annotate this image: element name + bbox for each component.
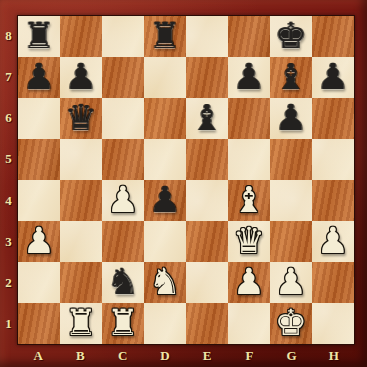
- square-g4[interactable]: [270, 180, 312, 221]
- white-bishop-piece[interactable]: ♝: [233, 182, 265, 218]
- white-king-piece[interactable]: ♚: [275, 305, 307, 341]
- square-g7[interactable]: ♝: [270, 57, 312, 98]
- square-c6[interactable]: [102, 98, 144, 139]
- square-f7[interactable]: ♟: [228, 57, 270, 98]
- square-d3[interactable]: [144, 221, 186, 262]
- square-f3[interactable]: ♛: [228, 221, 270, 262]
- square-h6[interactable]: [312, 98, 354, 139]
- file-label-b: B: [59, 345, 101, 367]
- square-a1[interactable]: [18, 303, 60, 344]
- file-label-g: G: [271, 345, 313, 367]
- rank-label-6: 6: [0, 98, 17, 139]
- white-pawn-piece[interactable]: ♟: [233, 264, 265, 300]
- black-rook-piece[interactable]: ♜: [149, 18, 181, 54]
- square-h8[interactable]: [312, 16, 354, 57]
- black-bishop-piece[interactable]: ♝: [191, 100, 223, 136]
- square-f6[interactable]: [228, 98, 270, 139]
- square-f8[interactable]: [228, 16, 270, 57]
- black-king-piece[interactable]: ♚: [275, 18, 307, 54]
- square-a8[interactable]: ♜: [18, 16, 60, 57]
- white-pawn-piece[interactable]: ♟: [23, 223, 55, 259]
- square-f2[interactable]: ♟: [228, 262, 270, 303]
- square-d4[interactable]: ♟: [144, 180, 186, 221]
- square-a3[interactable]: ♟: [18, 221, 60, 262]
- black-pawn-piece[interactable]: ♟: [65, 59, 97, 95]
- rank-label-3: 3: [0, 221, 17, 262]
- rank-label-4: 4: [0, 180, 17, 221]
- square-d2[interactable]: ♞: [144, 262, 186, 303]
- square-h3[interactable]: ♟: [312, 221, 354, 262]
- square-d8[interactable]: ♜: [144, 16, 186, 57]
- square-e6[interactable]: ♝: [186, 98, 228, 139]
- rank-label-7: 7: [0, 56, 17, 97]
- file-label-e: E: [186, 345, 228, 367]
- square-e8[interactable]: [186, 16, 228, 57]
- black-pawn-piece[interactable]: ♟: [317, 59, 349, 95]
- black-pawn-piece[interactable]: ♟: [275, 100, 307, 136]
- square-e3[interactable]: [186, 221, 228, 262]
- rank-label-5: 5: [0, 139, 17, 180]
- square-a6[interactable]: [18, 98, 60, 139]
- square-c1[interactable]: ♜: [102, 303, 144, 344]
- square-d7[interactable]: [144, 57, 186, 98]
- square-h7[interactable]: ♟: [312, 57, 354, 98]
- square-h4[interactable]: [312, 180, 354, 221]
- square-f4[interactable]: ♝: [228, 180, 270, 221]
- file-label-c: C: [102, 345, 144, 367]
- square-c5[interactable]: [102, 139, 144, 180]
- black-pawn-piece[interactable]: ♟: [23, 59, 55, 95]
- square-f5[interactable]: [228, 139, 270, 180]
- square-h2[interactable]: [312, 262, 354, 303]
- square-c7[interactable]: [102, 57, 144, 98]
- black-pawn-piece[interactable]: ♟: [233, 59, 265, 95]
- square-g8[interactable]: ♚: [270, 16, 312, 57]
- square-g6[interactable]: ♟: [270, 98, 312, 139]
- square-e1[interactable]: [186, 303, 228, 344]
- rank-labels: 87654321: [0, 15, 17, 345]
- black-rook-piece[interactable]: ♜: [23, 18, 55, 54]
- black-knight-piece[interactable]: ♞: [107, 264, 139, 300]
- square-d6[interactable]: [144, 98, 186, 139]
- white-pawn-piece[interactable]: ♟: [275, 264, 307, 300]
- chess-board-frame: 87654321 ♜♜♚♟♟♟♝♟♛♝♟♟♟♝♟♛♟♞♞♟♟♜♜♚ ABCDEF…: [0, 0, 367, 367]
- square-a7[interactable]: ♟: [18, 57, 60, 98]
- file-label-h: H: [313, 345, 355, 367]
- square-e7[interactable]: [186, 57, 228, 98]
- square-b1[interactable]: ♜: [60, 303, 102, 344]
- square-e2[interactable]: [186, 262, 228, 303]
- white-pawn-piece[interactable]: ♟: [107, 182, 139, 218]
- rank-label-2: 2: [0, 263, 17, 304]
- square-d5[interactable]: [144, 139, 186, 180]
- black-queen-piece[interactable]: ♛: [65, 100, 97, 136]
- square-g5[interactable]: [270, 139, 312, 180]
- square-d1[interactable]: [144, 303, 186, 344]
- file-labels: ABCDEFGH: [17, 345, 355, 367]
- white-pawn-piece[interactable]: ♟: [317, 223, 349, 259]
- square-a5[interactable]: [18, 139, 60, 180]
- square-h5[interactable]: [312, 139, 354, 180]
- square-e5[interactable]: [186, 139, 228, 180]
- square-b7[interactable]: ♟: [60, 57, 102, 98]
- square-c3[interactable]: [102, 221, 144, 262]
- square-b3[interactable]: [60, 221, 102, 262]
- chess-board[interactable]: ♜♜♚♟♟♟♝♟♛♝♟♟♟♝♟♛♟♞♞♟♟♜♜♚: [17, 15, 355, 345]
- file-label-a: A: [17, 345, 59, 367]
- square-g3[interactable]: [270, 221, 312, 262]
- white-rook-piece[interactable]: ♜: [65, 305, 97, 341]
- square-c4[interactable]: ♟: [102, 180, 144, 221]
- file-label-f: F: [228, 345, 270, 367]
- white-rook-piece[interactable]: ♜: [107, 305, 139, 341]
- square-g1[interactable]: ♚: [270, 303, 312, 344]
- square-a4[interactable]: [18, 180, 60, 221]
- white-queen-piece[interactable]: ♛: [233, 223, 265, 259]
- square-b2[interactable]: [60, 262, 102, 303]
- white-knight-piece[interactable]: ♞: [149, 264, 181, 300]
- square-a2[interactable]: [18, 262, 60, 303]
- square-b8[interactable]: [60, 16, 102, 57]
- black-pawn-piece[interactable]: ♟: [149, 182, 181, 218]
- square-c8[interactable]: [102, 16, 144, 57]
- square-e4[interactable]: [186, 180, 228, 221]
- square-b4[interactable]: [60, 180, 102, 221]
- square-b5[interactable]: [60, 139, 102, 180]
- rank-label-1: 1: [0, 304, 17, 345]
- square-h1[interactable]: [312, 303, 354, 344]
- square-f1[interactable]: [228, 303, 270, 344]
- square-g2[interactable]: ♟: [270, 262, 312, 303]
- rank-label-8: 8: [0, 15, 17, 56]
- square-b6[interactable]: ♛: [60, 98, 102, 139]
- file-label-d: D: [144, 345, 186, 367]
- black-bishop-piece[interactable]: ♝: [275, 59, 307, 95]
- square-c2[interactable]: ♞: [102, 262, 144, 303]
